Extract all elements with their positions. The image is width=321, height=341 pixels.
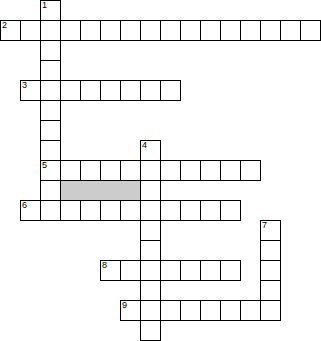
cell-r1-c13[interactable] <box>260 20 281 41</box>
cell-r14-c7[interactable] <box>140 280 161 301</box>
cell-r8-c4[interactable] <box>80 160 101 181</box>
cell-r4-c3[interactable] <box>60 80 81 101</box>
cell-r8-c7[interactable] <box>140 160 161 181</box>
clue-number-7: 7 <box>262 221 267 230</box>
cell-r8-c8[interactable] <box>160 160 181 181</box>
cell-r4-c2[interactable] <box>40 80 61 101</box>
cell-r10-c1[interactable]: 6 <box>20 200 41 221</box>
cell-r13-c8[interactable] <box>160 260 181 281</box>
cell-r13-c9[interactable] <box>180 260 201 281</box>
cell-r10-c10[interactable] <box>200 200 221 221</box>
cell-r10-c4[interactable] <box>80 200 101 221</box>
cell-r1-c11[interactable] <box>220 20 241 41</box>
cell-r10-c11[interactable] <box>220 200 241 221</box>
cell-r8-c2[interactable]: 5 <box>40 160 61 181</box>
clue-number-2: 2 <box>2 21 7 30</box>
cell-r13-c5[interactable]: 8 <box>100 260 121 281</box>
cell-r3-c2[interactable] <box>40 60 61 81</box>
cell-r4-c4[interactable] <box>80 80 101 101</box>
cell-r0-c2[interactable]: 1 <box>40 0 61 21</box>
cell-r7-c7[interactable]: 4 <box>140 140 161 161</box>
cell-r6-c2[interactable] <box>40 120 61 141</box>
cell-r1-c15[interactable] <box>300 20 321 41</box>
cell-r4-c6[interactable] <box>120 80 141 101</box>
shaded-block <box>60 180 141 201</box>
clue-number-8: 8 <box>102 261 107 270</box>
clue-number-4: 4 <box>142 141 147 150</box>
cell-r1-c0[interactable]: 2 <box>0 20 21 41</box>
cell-r4-c7[interactable] <box>140 80 161 101</box>
cell-r13-c7[interactable] <box>140 260 161 281</box>
cell-r13-c10[interactable] <box>200 260 221 281</box>
cell-r2-c2[interactable] <box>40 40 61 61</box>
cell-r4-c1[interactable]: 3 <box>20 80 41 101</box>
cell-r1-c1[interactable] <box>20 20 41 41</box>
clue-number-3: 3 <box>22 81 27 90</box>
cell-r10-c8[interactable] <box>160 200 181 221</box>
cell-r15-c13[interactable] <box>260 300 281 321</box>
cell-r15-c8[interactable] <box>160 300 181 321</box>
cell-r5-c2[interactable] <box>40 100 61 121</box>
cell-r8-c12[interactable] <box>240 160 261 181</box>
cell-r10-c3[interactable] <box>60 200 81 221</box>
cell-r8-c10[interactable] <box>200 160 221 181</box>
cell-r1-c6[interactable] <box>120 20 141 41</box>
cell-r10-c7[interactable] <box>140 200 161 221</box>
cell-r7-c2[interactable] <box>40 140 61 161</box>
clue-number-9: 9 <box>122 301 127 310</box>
cell-r1-c2[interactable] <box>40 20 61 41</box>
cell-r4-c5[interactable] <box>100 80 121 101</box>
crossword-board: 123456789 <box>0 0 321 341</box>
clue-number-1: 1 <box>42 1 47 10</box>
cell-r1-c8[interactable] <box>160 20 181 41</box>
cell-r8-c6[interactable] <box>120 160 141 181</box>
cell-r15-c11[interactable] <box>220 300 241 321</box>
cell-r1-c9[interactable] <box>180 20 201 41</box>
cell-r8-c9[interactable] <box>180 160 201 181</box>
cell-r10-c5[interactable] <box>100 200 121 221</box>
cell-r10-c9[interactable] <box>180 200 201 221</box>
cell-r13-c13[interactable] <box>260 260 281 281</box>
cell-r11-c13[interactable]: 7 <box>260 220 281 241</box>
cell-r8-c11[interactable] <box>220 160 241 181</box>
cell-r1-c10[interactable] <box>200 20 221 41</box>
cell-r12-c7[interactable] <box>140 240 161 261</box>
cell-r10-c6[interactable] <box>120 200 141 221</box>
cell-r8-c3[interactable] <box>60 160 81 181</box>
cell-r1-c5[interactable] <box>100 20 121 41</box>
cell-r15-c7[interactable] <box>140 300 161 321</box>
clue-number-6: 6 <box>22 201 27 210</box>
cell-r13-c6[interactable] <box>120 260 141 281</box>
clue-number-5: 5 <box>42 161 47 170</box>
cell-r12-c13[interactable] <box>260 240 281 261</box>
cell-r16-c7[interactable] <box>140 320 161 341</box>
cell-r13-c11[interactable] <box>220 260 241 281</box>
cell-r1-c7[interactable] <box>140 20 161 41</box>
cell-r8-c5[interactable] <box>100 160 121 181</box>
cell-r14-c13[interactable] <box>260 280 281 301</box>
cell-r15-c9[interactable] <box>180 300 201 321</box>
cell-r10-c2[interactable] <box>40 200 61 221</box>
cell-r11-c7[interactable] <box>140 220 161 241</box>
cell-r1-c3[interactable] <box>60 20 81 41</box>
cell-r15-c10[interactable] <box>200 300 221 321</box>
cell-r15-c12[interactable] <box>240 300 261 321</box>
cell-r1-c4[interactable] <box>80 20 101 41</box>
cell-r9-c2[interactable] <box>40 180 61 201</box>
cell-r15-c6[interactable]: 9 <box>120 300 141 321</box>
cell-r4-c8[interactable] <box>160 80 181 101</box>
cell-r1-c14[interactable] <box>280 20 301 41</box>
cell-r9-c7[interactable] <box>140 180 161 201</box>
cell-r1-c12[interactable] <box>240 20 261 41</box>
